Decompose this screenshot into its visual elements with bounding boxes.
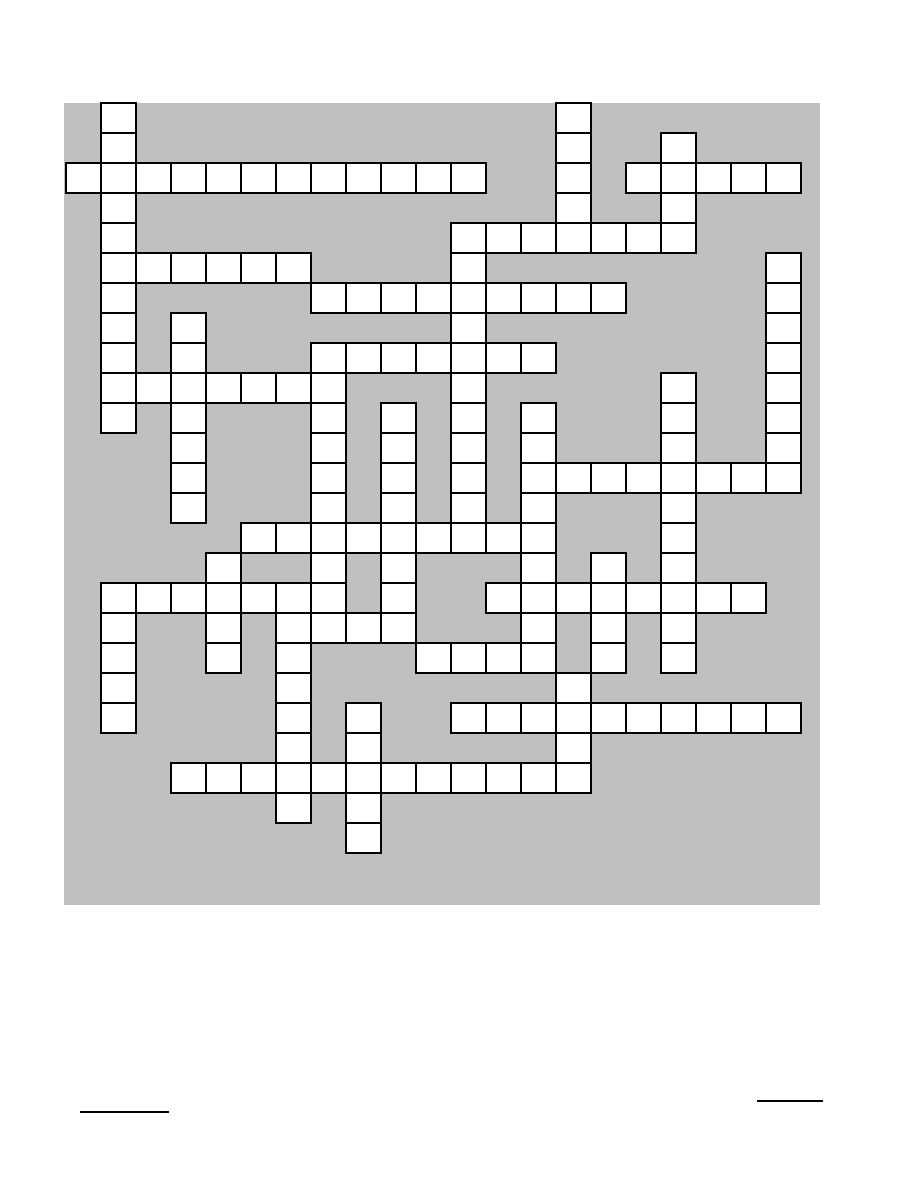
grid-cell[interactable] bbox=[520, 492, 557, 524]
grid-cell[interactable] bbox=[520, 762, 557, 794]
grid-cell[interactable] bbox=[310, 492, 347, 524]
grid-cell[interactable] bbox=[520, 342, 557, 374]
footer-rule-left bbox=[80, 1111, 169, 1113]
grid-cell[interactable] bbox=[240, 162, 277, 194]
grid-cell[interactable] bbox=[450, 312, 487, 344]
grid-cell[interactable] bbox=[240, 252, 277, 284]
grid-cell[interactable] bbox=[275, 582, 312, 614]
grid-cell[interactable] bbox=[345, 282, 382, 314]
grid-cell[interactable] bbox=[485, 702, 522, 734]
grid-cell[interactable] bbox=[170, 312, 207, 344]
grid-cell[interactable] bbox=[100, 402, 137, 434]
grid-cell[interactable] bbox=[590, 642, 627, 674]
grid-cell[interactable] bbox=[555, 162, 592, 194]
grid-cell[interactable] bbox=[100, 642, 137, 674]
grid-cell[interactable] bbox=[275, 252, 312, 284]
grid-cell[interactable] bbox=[65, 162, 102, 194]
grid-cell[interactable] bbox=[590, 552, 627, 584]
grid-cell[interactable] bbox=[310, 342, 347, 374]
grid-cell[interactable] bbox=[275, 162, 312, 194]
grid-cell[interactable] bbox=[485, 282, 522, 314]
grid-cell[interactable] bbox=[555, 132, 592, 164]
grid-cell[interactable] bbox=[450, 642, 487, 674]
grid-cell[interactable] bbox=[660, 492, 697, 524]
grid-cell[interactable] bbox=[275, 612, 312, 644]
grid-cell[interactable] bbox=[100, 132, 137, 164]
grid-cell[interactable] bbox=[590, 702, 627, 734]
grid-cell[interactable] bbox=[450, 432, 487, 464]
grid-cell[interactable] bbox=[345, 762, 382, 794]
grid-cell[interactable] bbox=[625, 462, 662, 494]
footer-rule-right bbox=[757, 1100, 823, 1102]
grid-cell[interactable] bbox=[555, 462, 592, 494]
grid-cell[interactable] bbox=[765, 372, 802, 404]
grid-cell[interactable] bbox=[520, 222, 557, 254]
grid-cell[interactable] bbox=[205, 612, 242, 644]
grid-cell[interactable] bbox=[205, 642, 242, 674]
grid-cell[interactable] bbox=[625, 222, 662, 254]
grid-cell[interactable] bbox=[660, 402, 697, 434]
grid-cell[interactable] bbox=[100, 222, 137, 254]
grid-cell[interactable] bbox=[380, 342, 417, 374]
grid-cell[interactable] bbox=[520, 612, 557, 644]
grid-cell[interactable] bbox=[555, 222, 592, 254]
grid-cell[interactable] bbox=[345, 822, 382, 854]
grid-cell[interactable] bbox=[170, 342, 207, 374]
grid-cell[interactable] bbox=[380, 282, 417, 314]
grid-cell[interactable] bbox=[695, 462, 732, 494]
grid-cell[interactable] bbox=[730, 462, 767, 494]
grid-cell[interactable] bbox=[660, 702, 697, 734]
grid-cell[interactable] bbox=[170, 372, 207, 404]
grid-cell[interactable] bbox=[765, 252, 802, 284]
grid-cell[interactable] bbox=[100, 192, 137, 224]
grid-cell[interactable] bbox=[450, 522, 487, 554]
grid-cell[interactable] bbox=[520, 402, 557, 434]
grid-cell[interactable] bbox=[100, 582, 137, 614]
grid-cell[interactable] bbox=[100, 162, 137, 194]
grid-cell[interactable] bbox=[695, 702, 732, 734]
grid-cell[interactable] bbox=[660, 432, 697, 464]
grid-cell[interactable] bbox=[100, 372, 137, 404]
grid-cell[interactable] bbox=[135, 582, 172, 614]
grid-cell[interactable] bbox=[275, 672, 312, 704]
grid-cell[interactable] bbox=[520, 282, 557, 314]
grid-cell[interactable] bbox=[275, 732, 312, 764]
worksheet-page bbox=[0, 0, 918, 1188]
grid-cell[interactable] bbox=[660, 642, 697, 674]
grid-cell[interactable] bbox=[345, 792, 382, 824]
grid-cell[interactable] bbox=[310, 612, 347, 644]
grid-cell[interactable] bbox=[555, 732, 592, 764]
grid-cell[interactable] bbox=[380, 432, 417, 464]
grid-cell[interactable] bbox=[590, 612, 627, 644]
grid-cell[interactable] bbox=[275, 642, 312, 674]
grid-cell[interactable] bbox=[170, 762, 207, 794]
grid-cell[interactable] bbox=[450, 372, 487, 404]
grid-cell[interactable] bbox=[380, 492, 417, 524]
grid-cell[interactable] bbox=[590, 462, 627, 494]
grid-cell[interactable] bbox=[590, 282, 627, 314]
grid-cell[interactable] bbox=[660, 552, 697, 584]
grid-cell[interactable] bbox=[450, 492, 487, 524]
grid-cell[interactable] bbox=[555, 762, 592, 794]
grid-cell[interactable] bbox=[310, 462, 347, 494]
grid-cell[interactable] bbox=[310, 432, 347, 464]
grid-cell[interactable] bbox=[310, 282, 347, 314]
grid-cell[interactable] bbox=[240, 372, 277, 404]
grid-cell[interactable] bbox=[660, 462, 697, 494]
grid-cell[interactable] bbox=[450, 162, 487, 194]
grid-cell[interactable] bbox=[345, 162, 382, 194]
grid-cell[interactable] bbox=[205, 762, 242, 794]
grid-cell[interactable] bbox=[310, 762, 347, 794]
grid-cell[interactable] bbox=[345, 702, 382, 734]
grid-cell[interactable] bbox=[380, 402, 417, 434]
grid-cell[interactable] bbox=[380, 462, 417, 494]
grid-cell[interactable] bbox=[415, 762, 452, 794]
grid-cell[interactable] bbox=[310, 582, 347, 614]
grid-cell[interactable] bbox=[415, 642, 452, 674]
grid-cell[interactable] bbox=[135, 252, 172, 284]
grid-cell[interactable] bbox=[240, 762, 277, 794]
grid-cell[interactable] bbox=[450, 762, 487, 794]
grid-cell[interactable] bbox=[205, 582, 242, 614]
grid-cell[interactable] bbox=[625, 702, 662, 734]
grid-cell[interactable] bbox=[590, 582, 627, 614]
grid-cell[interactable] bbox=[310, 552, 347, 584]
grid-cell[interactable] bbox=[450, 402, 487, 434]
grid-cell[interactable] bbox=[765, 282, 802, 314]
grid-cell[interactable] bbox=[275, 762, 312, 794]
grid-cell[interactable] bbox=[100, 702, 137, 734]
grid-cell[interactable] bbox=[170, 432, 207, 464]
grid-cell[interactable] bbox=[310, 372, 347, 404]
grid-cell[interactable] bbox=[765, 702, 802, 734]
grid-cell[interactable] bbox=[520, 462, 557, 494]
grid-cell[interactable] bbox=[345, 732, 382, 764]
grid-cell[interactable] bbox=[625, 582, 662, 614]
grid-cell[interactable] bbox=[660, 222, 697, 254]
grid-cell[interactable] bbox=[660, 372, 697, 404]
grid-cell[interactable] bbox=[415, 162, 452, 194]
grid-cell[interactable] bbox=[660, 192, 697, 224]
grid-cell[interactable] bbox=[380, 762, 417, 794]
grid-cell[interactable] bbox=[170, 492, 207, 524]
grid-cell[interactable] bbox=[520, 582, 557, 614]
grid-cell[interactable] bbox=[170, 162, 207, 194]
puzzle-board bbox=[64, 103, 820, 905]
grid-cell[interactable] bbox=[345, 522, 382, 554]
grid-cell[interactable] bbox=[205, 162, 242, 194]
grid-cell[interactable] bbox=[520, 522, 557, 554]
grid-cell[interactable] bbox=[450, 702, 487, 734]
grid-cell[interactable] bbox=[415, 282, 452, 314]
grid-cell[interactable] bbox=[380, 552, 417, 584]
grid-cell[interactable] bbox=[555, 582, 592, 614]
grid-cell[interactable] bbox=[520, 702, 557, 734]
grid-cell[interactable] bbox=[170, 462, 207, 494]
grid-cell[interactable] bbox=[555, 192, 592, 224]
grid-cell[interactable] bbox=[100, 612, 137, 644]
grid-cell[interactable] bbox=[380, 582, 417, 614]
grid-cell[interactable] bbox=[275, 792, 312, 824]
grid-cell[interactable] bbox=[695, 162, 732, 194]
grid-cell[interactable] bbox=[100, 102, 137, 134]
grid-cell[interactable] bbox=[555, 702, 592, 734]
grid-cell[interactable] bbox=[730, 582, 767, 614]
grid-cell[interactable] bbox=[170, 582, 207, 614]
grid-cell[interactable] bbox=[100, 252, 137, 284]
grid-cell[interactable] bbox=[555, 102, 592, 134]
grid-cell[interactable] bbox=[765, 342, 802, 374]
grid-cell[interactable] bbox=[345, 342, 382, 374]
grid-cell[interactable] bbox=[205, 552, 242, 584]
grid-cell[interactable] bbox=[660, 522, 697, 554]
grid-cell[interactable] bbox=[345, 612, 382, 644]
grid-cell[interactable] bbox=[485, 762, 522, 794]
grid-cell[interactable] bbox=[660, 582, 697, 614]
grid-cell[interactable] bbox=[555, 672, 592, 704]
grid-cell[interactable] bbox=[310, 162, 347, 194]
grid-cell[interactable] bbox=[170, 402, 207, 434]
grid-cell[interactable] bbox=[450, 462, 487, 494]
grid-cell[interactable] bbox=[765, 312, 802, 344]
grid-cell[interactable] bbox=[520, 642, 557, 674]
grid-cell[interactable] bbox=[415, 522, 452, 554]
grid-cell[interactable] bbox=[520, 552, 557, 584]
grid-cell[interactable] bbox=[765, 462, 802, 494]
grid-cell[interactable] bbox=[485, 342, 522, 374]
grid-cell[interactable] bbox=[380, 162, 417, 194]
grid-cell[interactable] bbox=[660, 612, 697, 644]
grid-cell[interactable] bbox=[100, 282, 137, 314]
grid-cell[interactable] bbox=[520, 432, 557, 464]
grid-cell[interactable] bbox=[765, 402, 802, 434]
grid-cell[interactable] bbox=[660, 162, 697, 194]
grid-cell[interactable] bbox=[415, 342, 452, 374]
grid-cell[interactable] bbox=[100, 312, 137, 344]
grid-cell[interactable] bbox=[765, 162, 802, 194]
grid-cell[interactable] bbox=[310, 402, 347, 434]
grid-cell[interactable] bbox=[240, 522, 277, 554]
grid-cell[interactable] bbox=[660, 132, 697, 164]
grid-cell[interactable] bbox=[485, 522, 522, 554]
grid-cell[interactable] bbox=[275, 372, 312, 404]
grid-cell[interactable] bbox=[275, 702, 312, 734]
grid-cell[interactable] bbox=[555, 282, 592, 314]
grid-cell[interactable] bbox=[240, 582, 277, 614]
grid-cell[interactable] bbox=[590, 222, 627, 254]
grid-cell[interactable] bbox=[450, 252, 487, 284]
grid-cell[interactable] bbox=[450, 342, 487, 374]
grid-cell[interactable] bbox=[485, 222, 522, 254]
grid-cell[interactable] bbox=[100, 672, 137, 704]
grid-cell[interactable] bbox=[625, 162, 662, 194]
grid-cell[interactable] bbox=[205, 372, 242, 404]
grid-cell[interactable] bbox=[450, 222, 487, 254]
grid-cell[interactable] bbox=[135, 162, 172, 194]
grid-cell[interactable] bbox=[170, 252, 207, 284]
grid-cell[interactable] bbox=[380, 522, 417, 554]
grid-cell[interactable] bbox=[100, 342, 137, 374]
grid-cell[interactable] bbox=[695, 582, 732, 614]
grid-cell[interactable] bbox=[135, 372, 172, 404]
grid-cell[interactable] bbox=[730, 162, 767, 194]
grid-cell[interactable] bbox=[485, 582, 522, 614]
grid-cell[interactable] bbox=[765, 432, 802, 464]
grid-cell[interactable] bbox=[380, 612, 417, 644]
grid-cell[interactable] bbox=[485, 642, 522, 674]
grid-cell[interactable] bbox=[205, 252, 242, 284]
grid-cell[interactable] bbox=[275, 522, 312, 554]
grid-cell[interactable] bbox=[730, 702, 767, 734]
grid-cell[interactable] bbox=[310, 522, 347, 554]
grid-cell[interactable] bbox=[450, 282, 487, 314]
